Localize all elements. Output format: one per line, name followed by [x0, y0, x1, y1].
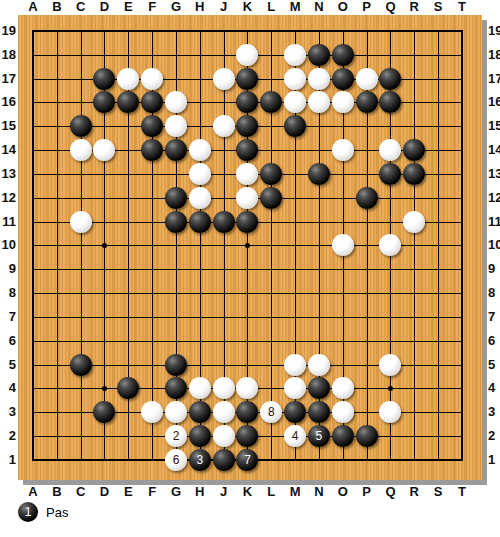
go-game-screen: 8245637 1 Pas AABBCCDDEEFFGGHHJJKKLLMMNN…: [0, 0, 500, 537]
grid-line-horizontal: [33, 293, 462, 294]
stone-black-h3[interactable]: [189, 401, 211, 423]
stone-white-h12[interactable]: [189, 187, 211, 209]
stone-white-h13[interactable]: [189, 163, 211, 185]
stone-black-h1[interactable]: 3: [189, 449, 211, 471]
stone-black-k1[interactable]: 7: [236, 449, 258, 471]
column-label-O: O: [334, 0, 352, 14]
column-label-G: G: [167, 0, 185, 14]
row-label-4: 4: [0, 381, 16, 395]
column-label-P: P: [358, 485, 376, 499]
column-label-D: D: [95, 0, 113, 14]
row-label-10: 10: [0, 238, 16, 252]
column-label-T: T: [453, 0, 471, 14]
column-label-P: P: [358, 0, 376, 14]
stone-white-g1[interactable]: 6: [165, 449, 187, 471]
row-label-18: 18: [488, 48, 500, 62]
column-label-B: B: [48, 0, 66, 14]
move-legend: 1 Pas: [18, 502, 68, 522]
legend-move-number: 1: [25, 505, 32, 519]
stone-black-c5[interactable]: [70, 354, 92, 376]
star-point-d10: [102, 243, 107, 248]
column-label-H: H: [191, 485, 209, 499]
row-label-18: 18: [0, 48, 16, 62]
column-label-F: F: [143, 485, 161, 499]
grid-line-horizontal: [33, 341, 462, 342]
row-label-8: 8: [488, 286, 500, 300]
stone-white-f17[interactable]: [141, 68, 163, 90]
stone-black-p16[interactable]: [356, 91, 378, 113]
column-label-J: J: [215, 485, 233, 499]
stone-black-o18[interactable]: [332, 44, 354, 66]
row-label-14: 14: [0, 143, 16, 157]
column-label-J: J: [215, 0, 233, 14]
row-label-1: 1: [488, 453, 500, 467]
row-label-6: 6: [0, 334, 16, 348]
row-label-19: 19: [0, 24, 16, 38]
column-label-R: R: [405, 485, 423, 499]
stone-white-m17[interactable]: [284, 68, 306, 90]
column-label-M: M: [286, 485, 304, 499]
grid-line-vertical: [438, 31, 439, 460]
row-label-19: 19: [488, 24, 500, 38]
row-label-12: 12: [488, 191, 500, 205]
legend-move-text: Pas: [46, 505, 68, 520]
move-number: 8: [268, 406, 275, 418]
row-label-1: 1: [0, 453, 16, 467]
column-label-N: N: [310, 485, 328, 499]
stone-black-n13[interactable]: [308, 163, 330, 185]
column-label-M: M: [286, 0, 304, 14]
column-label-B: B: [48, 485, 66, 499]
stone-white-o3[interactable]: [332, 401, 354, 423]
row-label-4: 4: [488, 381, 500, 395]
stone-white-c14[interactable]: [70, 139, 92, 161]
column-label-C: C: [72, 0, 90, 14]
stone-white-n5[interactable]: [308, 354, 330, 376]
stone-white-j15[interactable]: [213, 115, 235, 137]
row-label-6: 6: [488, 334, 500, 348]
move-number: 2: [173, 430, 180, 442]
stone-black-g12[interactable]: [165, 187, 187, 209]
stone-black-q17[interactable]: [379, 68, 401, 90]
column-label-K: K: [238, 485, 256, 499]
stone-black-g11[interactable]: [165, 211, 187, 233]
row-label-15: 15: [0, 119, 16, 133]
stone-black-l12[interactable]: [260, 187, 282, 209]
stone-white-j3[interactable]: [213, 401, 235, 423]
row-label-16: 16: [0, 95, 16, 109]
row-label-10: 10: [488, 238, 500, 252]
stone-white-h14[interactable]: [189, 139, 211, 161]
row-label-5: 5: [0, 358, 16, 372]
column-label-Q: Q: [381, 0, 399, 14]
column-label-H: H: [191, 0, 209, 14]
move-number: 7: [244, 454, 251, 466]
stone-white-e17[interactable]: [117, 68, 139, 90]
stone-black-p2[interactable]: [356, 425, 378, 447]
row-label-2: 2: [488, 429, 500, 443]
row-label-5: 5: [488, 358, 500, 372]
column-label-O: O: [334, 485, 352, 499]
row-label-11: 11: [488, 215, 500, 229]
stone-black-o17[interactable]: [332, 68, 354, 90]
grid-line-horizontal: [33, 269, 462, 270]
column-label-S: S: [429, 0, 447, 14]
row-label-3: 3: [488, 405, 500, 419]
stone-black-k17[interactable]: [236, 68, 258, 90]
row-label-3: 3: [0, 405, 16, 419]
star-point-d4: [102, 386, 107, 391]
stone-white-m18[interactable]: [284, 44, 306, 66]
stone-black-n18[interactable]: [308, 44, 330, 66]
stone-black-o2[interactable]: [332, 425, 354, 447]
stone-black-g5[interactable]: [165, 354, 187, 376]
column-label-F: F: [143, 0, 161, 14]
stone-black-c15[interactable]: [70, 115, 92, 137]
stone-black-n2[interactable]: 5: [308, 425, 330, 447]
column-label-Q: Q: [381, 485, 399, 499]
column-label-S: S: [429, 485, 447, 499]
stone-white-r11[interactable]: [403, 211, 425, 233]
row-label-8: 8: [0, 286, 16, 300]
stone-black-h11[interactable]: [189, 211, 211, 233]
column-label-D: D: [95, 485, 113, 499]
column-label-E: E: [119, 0, 137, 14]
row-label-12: 12: [0, 191, 16, 205]
stone-black-g14[interactable]: [165, 139, 187, 161]
row-label-17: 17: [0, 72, 16, 86]
stone-white-o14[interactable]: [332, 139, 354, 161]
column-label-N: N: [310, 0, 328, 14]
stone-white-m5[interactable]: [284, 354, 306, 376]
column-label-L: L: [262, 485, 280, 499]
move-number: 3: [196, 454, 203, 466]
stone-white-q5[interactable]: [379, 354, 401, 376]
row-label-9: 9: [0, 262, 16, 276]
row-label-2: 2: [0, 429, 16, 443]
row-label-13: 13: [0, 167, 16, 181]
stone-black-j11[interactable]: [213, 211, 235, 233]
star-point-k10: [245, 243, 250, 248]
row-label-11: 11: [0, 215, 16, 229]
grid-line-vertical: [414, 31, 415, 460]
stone-white-p17[interactable]: [356, 68, 378, 90]
grid-line-horizontal: [33, 317, 462, 318]
row-label-14: 14: [488, 143, 500, 157]
stone-white-n17[interactable]: [308, 68, 330, 90]
legend-black-stone: 1: [18, 502, 38, 522]
row-label-7: 7: [0, 310, 16, 324]
move-number: 5: [316, 430, 323, 442]
column-label-K: K: [238, 0, 256, 14]
stone-white-c11[interactable]: [70, 211, 92, 233]
stone-black-d17[interactable]: [93, 68, 115, 90]
column-label-A: A: [24, 0, 42, 14]
row-label-17: 17: [488, 72, 500, 86]
stone-white-g2[interactable]: 2: [165, 425, 187, 447]
column-label-E: E: [119, 485, 137, 499]
column-label-T: T: [453, 485, 471, 499]
row-label-15: 15: [488, 119, 500, 133]
row-label-13: 13: [488, 167, 500, 181]
column-label-A: A: [24, 485, 42, 499]
column-label-R: R: [405, 0, 423, 14]
go-board[interactable]: 8245637: [18, 15, 482, 480]
move-number: 4: [292, 430, 299, 442]
stone-black-j1[interactable]: [213, 449, 235, 471]
stone-black-h2[interactable]: [189, 425, 211, 447]
star-point-q4: [388, 386, 393, 391]
stone-white-j17[interactable]: [213, 68, 235, 90]
row-label-7: 7: [488, 310, 500, 324]
column-label-L: L: [262, 0, 280, 14]
row-label-9: 9: [488, 262, 500, 276]
column-label-G: G: [167, 485, 185, 499]
row-label-16: 16: [488, 95, 500, 109]
stone-black-k11[interactable]: [236, 211, 258, 233]
move-number: 6: [173, 454, 180, 466]
stone-white-j4[interactable]: [213, 377, 235, 399]
stone-black-p12[interactable]: [356, 187, 378, 209]
stone-white-j2[interactable]: [213, 425, 235, 447]
column-label-C: C: [72, 485, 90, 499]
